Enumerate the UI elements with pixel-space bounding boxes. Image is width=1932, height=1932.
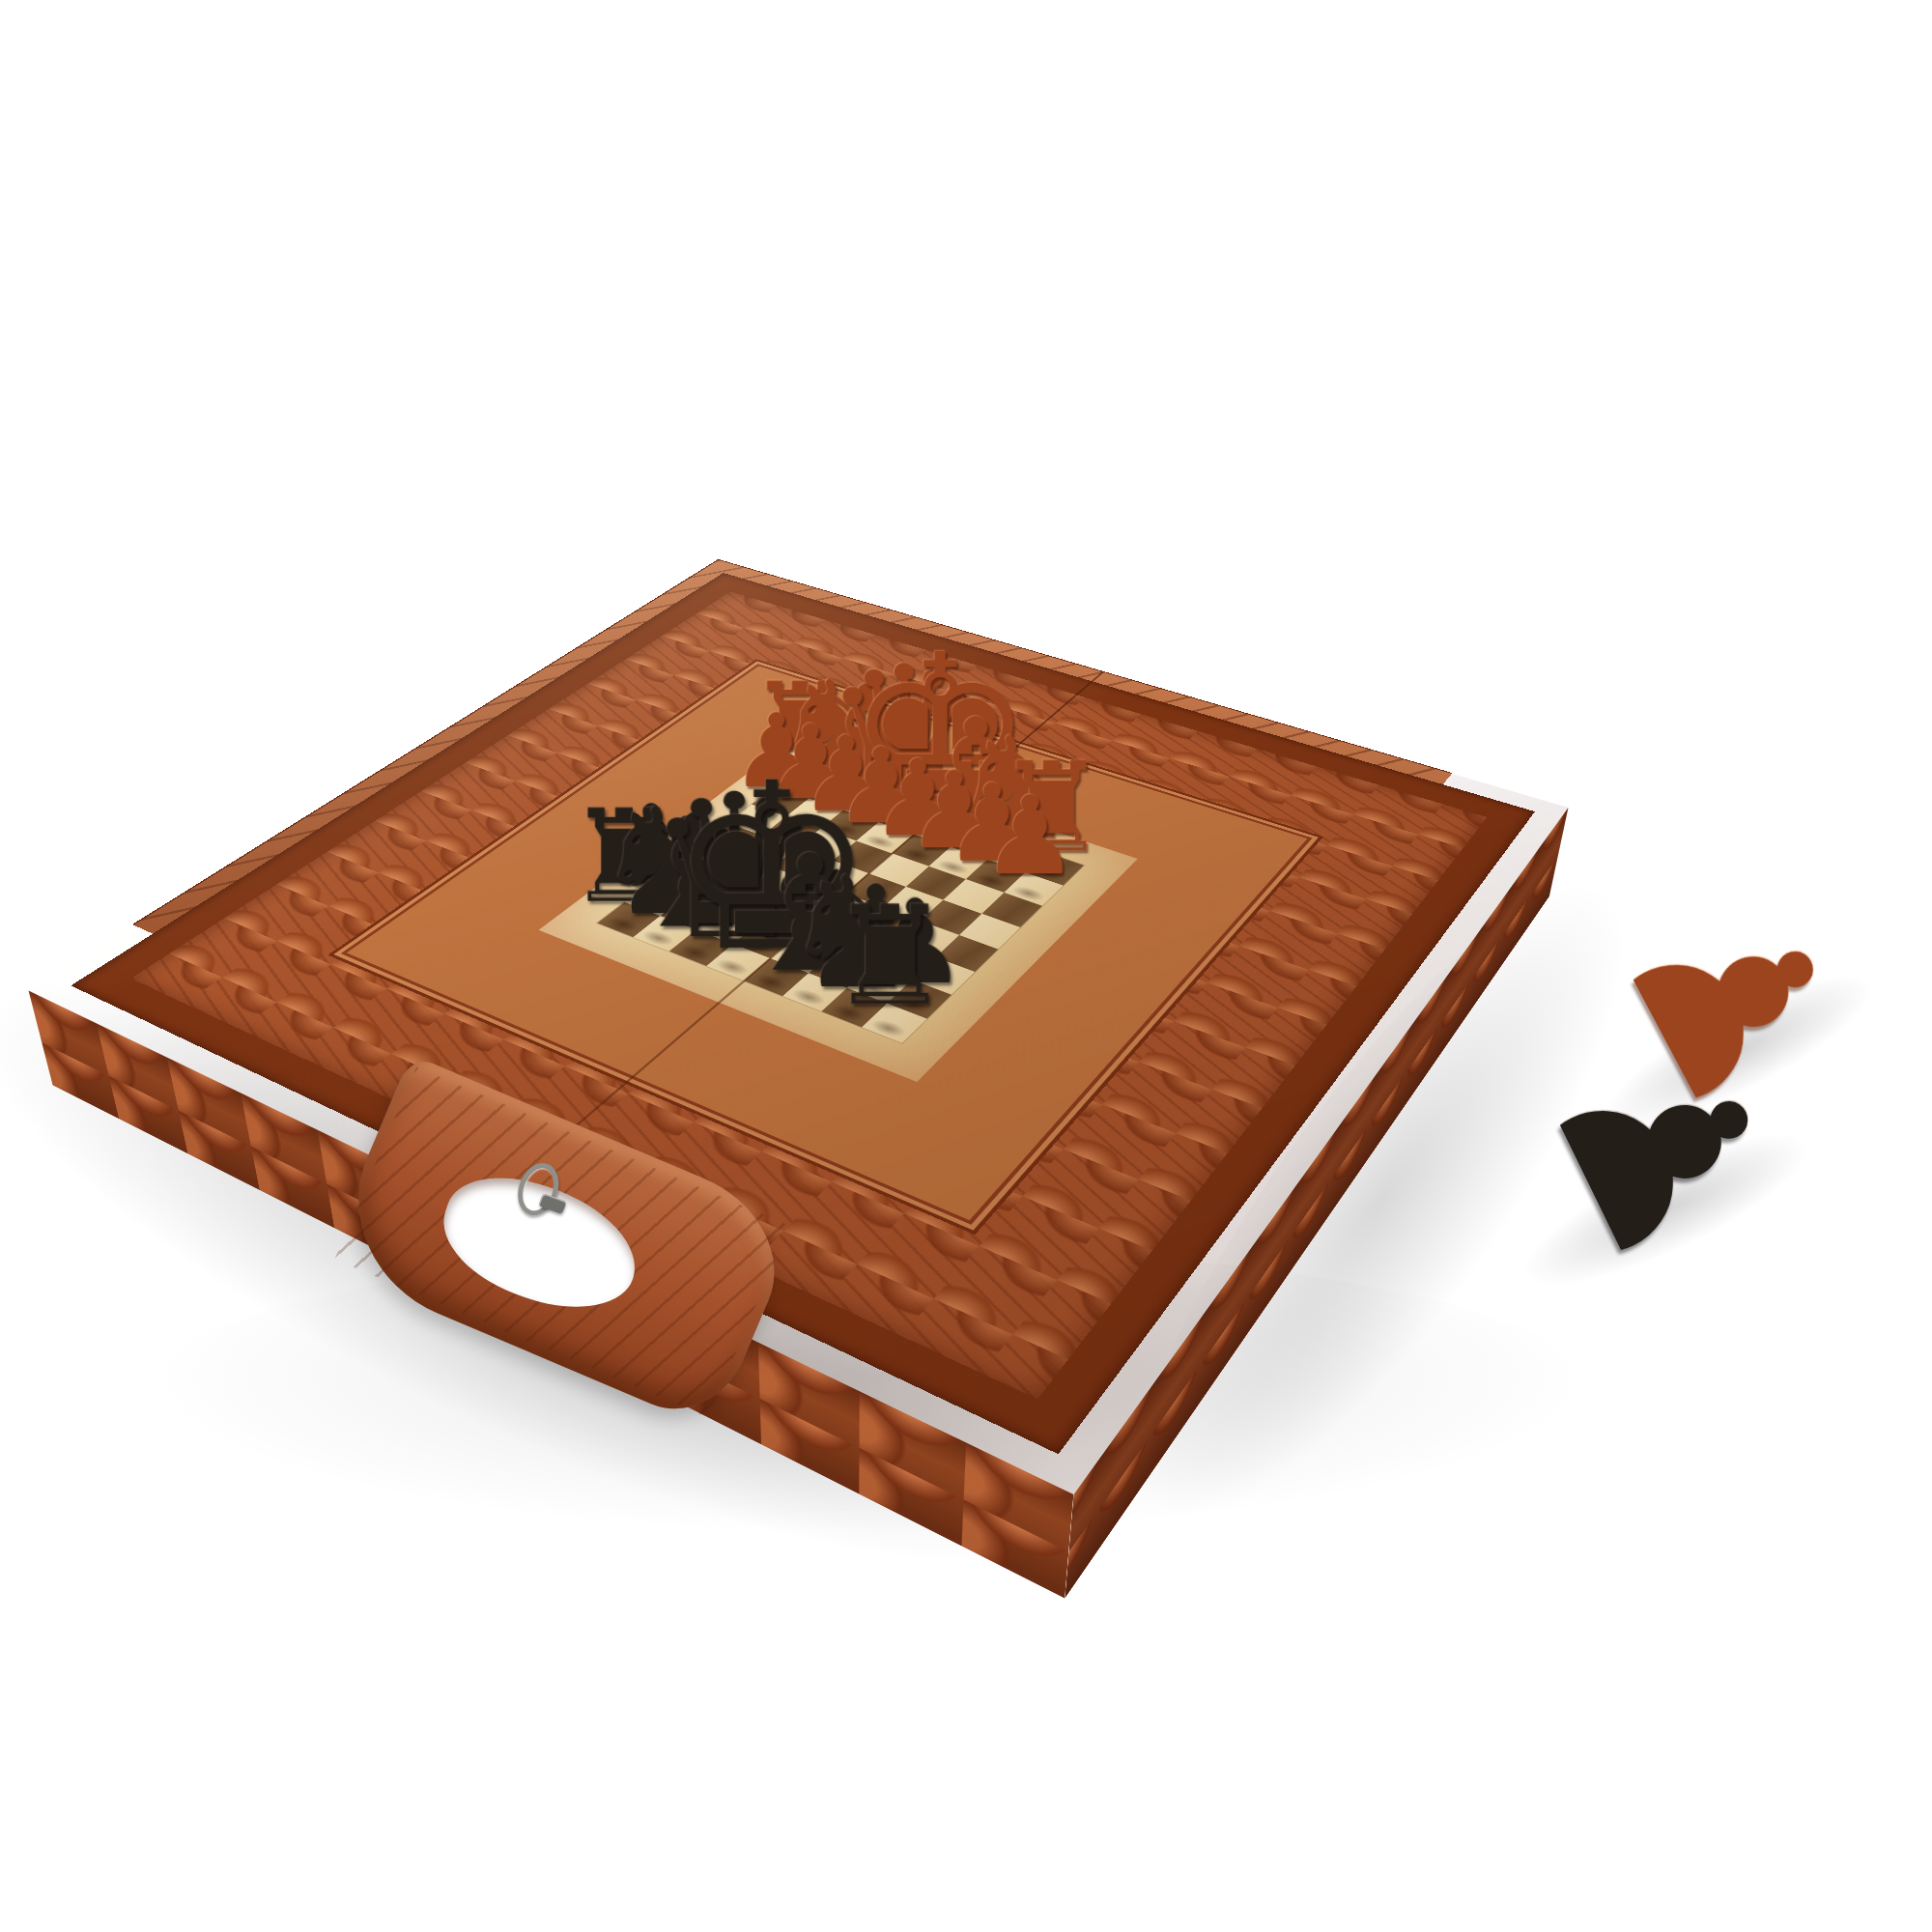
board-panel: ♜♞♝♛♚♝♞♜♟♟♟♟♟♟♟♟♟♟♟♟♟♟♟♟♜♞♝♛♚♝♞♜	[539, 743, 1138, 1082]
recessed-channel: ♜♞♝♛♚♝♞♜♟♟♟♟♟♟♟♟♟♟♟♟♟♟♟♟♜♞♝♛♚♝♞♜	[71, 573, 1535, 1454]
square-h1: ♜	[862, 1003, 927, 1043]
black-rook-piece: ♜	[829, 894, 952, 1019]
carved-rim: ♜♞♝♛♚♝♞♜♟♟♟♟♟♟♟♟♟♟♟♟♟♟♟♟♜♞♝♛♚♝♞♜	[29, 560, 1569, 1494]
square-h7: ♟	[1004, 872, 1064, 906]
chess-box: ♜♞♝♛♚♝♞♜♟♟♟♟♟♟♟♟♟♟♟♟♟♟♟♟♜♞♝♛♚♝♞♜	[29, 560, 1569, 1494]
chess-board: ♜♞♝♛♚♝♞♜♟♟♟♟♟♟♟♟♟♟♟♟♟♟♟♟♜♞♝♛♚♝♞♜	[597, 769, 1084, 1043]
black-pawn-lying-piece: ♟	[1521, 1010, 1805, 1294]
red-pawn-piece: ♟	[981, 786, 1079, 886]
product-photo-stage: ♜♞♝♛♚♝♞♜♟♟♟♟♟♟♟♟♟♟♟♟♟♟♟♟♜♞♝♛♚♝♞♜ ♟ ♟	[0, 0, 1932, 1932]
